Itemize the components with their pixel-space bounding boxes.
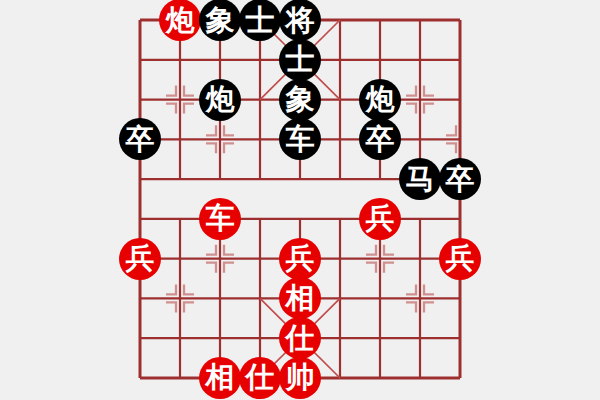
- board-point-7-4[interactable]: 马: [400, 159, 440, 199]
- piece-red-elephant[interactable]: 相: [199, 357, 241, 399]
- board-point-1-6[interactable]: [160, 239, 200, 279]
- board-point-6-4[interactable]: [360, 159, 400, 199]
- board-point-7-9[interactable]: [400, 358, 440, 398]
- piece-black-elephant[interactable]: 象: [199, 0, 241, 41]
- piece-black-elephant[interactable]: 象: [279, 79, 321, 121]
- board-point-6-9[interactable]: [360, 358, 400, 398]
- board-point-3-6[interactable]: [240, 239, 280, 279]
- board-grid: 炮象士将士炮象炮卒车卒马卒车兵兵兵兵相仕相仕帅: [120, 0, 480, 398]
- board-point-0-9[interactable]: [120, 358, 160, 398]
- piece-red-soldier[interactable]: 兵: [439, 238, 481, 280]
- piece-black-cannon[interactable]: 炮: [199, 79, 241, 121]
- board-point-4-3[interactable]: 车: [280, 119, 320, 159]
- board-point-7-1[interactable]: [400, 40, 440, 80]
- piece-black-soldier[interactable]: 卒: [359, 118, 401, 160]
- board-point-7-5[interactable]: [400, 199, 440, 239]
- board-point-4-5[interactable]: [280, 199, 320, 239]
- board-point-0-6[interactable]: 兵: [120, 239, 160, 279]
- board-point-4-2[interactable]: 象: [280, 80, 320, 120]
- piece-black-soldier[interactable]: 卒: [119, 118, 161, 160]
- board-point-1-3[interactable]: [160, 119, 200, 159]
- board-point-5-7[interactable]: [320, 278, 360, 318]
- board-point-0-2[interactable]: [120, 80, 160, 120]
- board-point-6-3[interactable]: 卒: [360, 119, 400, 159]
- board-point-1-8[interactable]: [160, 318, 200, 358]
- board-point-0-7[interactable]: [120, 278, 160, 318]
- board-point-8-0[interactable]: [440, 0, 480, 40]
- board-point-8-2[interactable]: [440, 80, 480, 120]
- piece-black-cannon[interactable]: 炮: [359, 79, 401, 121]
- board-point-8-3[interactable]: [440, 119, 480, 159]
- board-point-0-4[interactable]: [120, 159, 160, 199]
- board-point-0-1[interactable]: [120, 40, 160, 80]
- board-point-7-6[interactable]: [400, 239, 440, 279]
- board-point-5-6[interactable]: [320, 239, 360, 279]
- board-point-3-4[interactable]: [240, 159, 280, 199]
- board-point-6-0[interactable]: [360, 0, 400, 40]
- board-point-8-5[interactable]: [440, 199, 480, 239]
- board-point-7-7[interactable]: [400, 278, 440, 318]
- piece-red-soldier[interactable]: 兵: [279, 238, 321, 280]
- board-point-3-5[interactable]: [240, 199, 280, 239]
- piece-red-advisor[interactable]: 仕: [279, 317, 321, 359]
- board-point-1-0[interactable]: 炮: [160, 0, 200, 40]
- board-point-8-8[interactable]: [440, 318, 480, 358]
- board-point-7-3[interactable]: [400, 119, 440, 159]
- board-point-2-5[interactable]: 车: [200, 199, 240, 239]
- board-point-2-4[interactable]: [200, 159, 240, 199]
- board-point-4-6[interactable]: 兵: [280, 239, 320, 279]
- board-point-5-8[interactable]: [320, 318, 360, 358]
- board-point-1-7[interactable]: [160, 278, 200, 318]
- piece-black-general[interactable]: 将: [279, 0, 321, 41]
- board-point-1-9[interactable]: [160, 358, 200, 398]
- board-point-1-4[interactable]: [160, 159, 200, 199]
- piece-black-advisor[interactable]: 士: [279, 39, 321, 81]
- piece-black-horse[interactable]: 马: [399, 158, 441, 200]
- board-point-7-2[interactable]: [400, 80, 440, 120]
- board-point-3-1[interactable]: [240, 40, 280, 80]
- board-point-4-8[interactable]: 仕: [280, 318, 320, 358]
- board-point-4-7[interactable]: 相: [280, 278, 320, 318]
- board-point-2-2[interactable]: 炮: [200, 80, 240, 120]
- board-point-5-5[interactable]: [320, 199, 360, 239]
- board-point-2-3[interactable]: [200, 119, 240, 159]
- board-point-0-5[interactable]: [120, 199, 160, 239]
- board-point-4-9[interactable]: 帅: [280, 358, 320, 398]
- board-point-4-1[interactable]: 士: [280, 40, 320, 80]
- board-point-3-0[interactable]: 士: [240, 0, 280, 40]
- board-point-0-3[interactable]: 卒: [120, 119, 160, 159]
- piece-red-soldier[interactable]: 兵: [359, 198, 401, 240]
- board-point-8-7[interactable]: [440, 278, 480, 318]
- board-point-0-0[interactable]: [120, 0, 160, 40]
- board-point-8-1[interactable]: [440, 40, 480, 80]
- board-point-6-2[interactable]: 炮: [360, 80, 400, 120]
- piece-red-chariot[interactable]: 车: [199, 198, 241, 240]
- piece-black-soldier[interactable]: 卒: [439, 158, 481, 200]
- piece-red-cannon[interactable]: 炮: [159, 0, 201, 41]
- board-point-2-0[interactable]: 象: [200, 0, 240, 40]
- board-point-6-8[interactable]: [360, 318, 400, 358]
- board-point-6-7[interactable]: [360, 278, 400, 318]
- board-point-0-8[interactable]: [120, 318, 160, 358]
- board-point-3-3[interactable]: [240, 119, 280, 159]
- board-point-3-8[interactable]: [240, 318, 280, 358]
- board-point-8-9[interactable]: [440, 358, 480, 398]
- piece-red-general[interactable]: 帅: [279, 357, 321, 399]
- board-point-5-2[interactable]: [320, 80, 360, 120]
- board-point-1-5[interactable]: [160, 199, 200, 239]
- piece-red-soldier[interactable]: 兵: [119, 238, 161, 280]
- board-point-6-1[interactable]: [360, 40, 400, 80]
- board-point-5-3[interactable]: [320, 119, 360, 159]
- board-point-8-6[interactable]: 兵: [440, 239, 480, 279]
- board-point-6-5[interactable]: 兵: [360, 199, 400, 239]
- board-point-1-1[interactable]: [160, 40, 200, 80]
- board-point-2-9[interactable]: 相: [200, 358, 240, 398]
- piece-red-advisor[interactable]: 仕: [239, 357, 281, 399]
- board-point-3-2[interactable]: [240, 80, 280, 120]
- board-point-1-2[interactable]: [160, 80, 200, 120]
- board-point-4-0[interactable]: 将: [280, 0, 320, 40]
- board-point-5-9[interactable]: [320, 358, 360, 398]
- board-point-2-8[interactable]: [200, 318, 240, 358]
- xiangqi-board-screenshot: 炮象士将士炮象炮卒车卒马卒车兵兵兵兵相仕相仕帅: [0, 0, 600, 400]
- piece-black-advisor[interactable]: 士: [239, 0, 281, 41]
- piece-red-elephant[interactable]: 相: [279, 277, 321, 319]
- board-point-6-6[interactable]: [360, 239, 400, 279]
- board-point-4-4[interactable]: [280, 159, 320, 199]
- board-point-2-7[interactable]: [200, 278, 240, 318]
- board-point-2-1[interactable]: [200, 40, 240, 80]
- piece-black-chariot[interactable]: 车: [279, 118, 321, 160]
- board-point-8-4[interactable]: 卒: [440, 159, 480, 199]
- board-point-7-8[interactable]: [400, 318, 440, 358]
- board-point-2-6[interactable]: [200, 239, 240, 279]
- board-point-5-4[interactable]: [320, 159, 360, 199]
- board-point-5-1[interactable]: [320, 40, 360, 80]
- board-point-7-0[interactable]: [400, 0, 440, 40]
- board-point-3-7[interactable]: [240, 278, 280, 318]
- board-point-5-0[interactable]: [320, 0, 360, 40]
- board-point-3-9[interactable]: 仕: [240, 358, 280, 398]
